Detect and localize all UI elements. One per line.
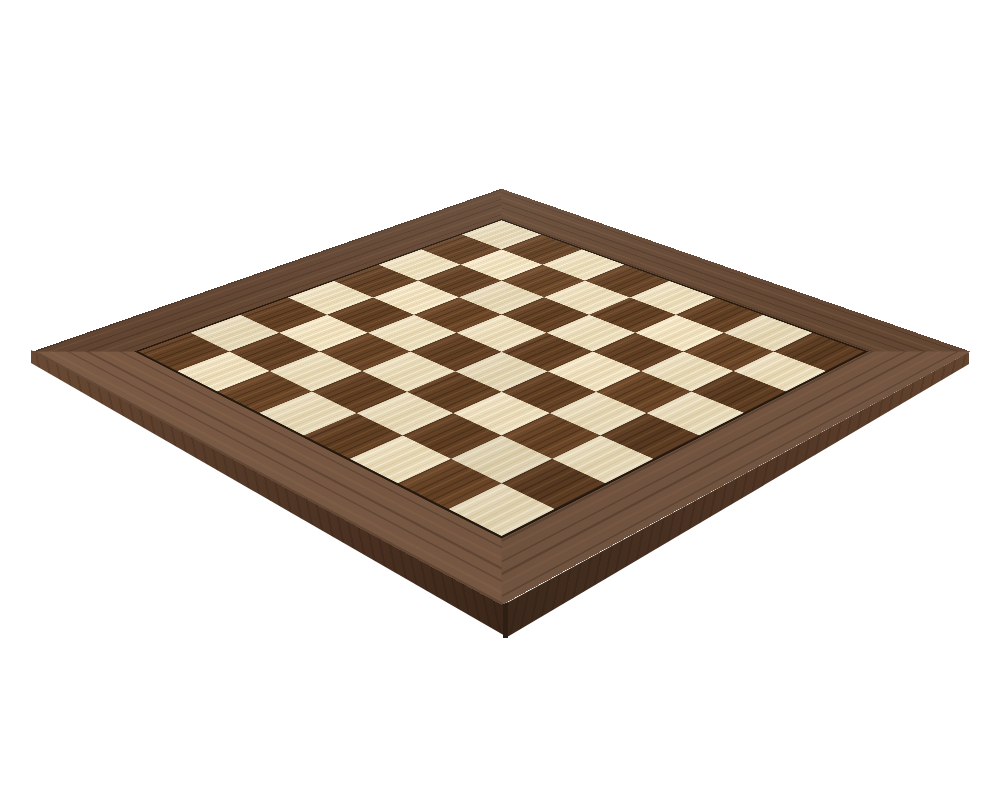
perspective-container (0, 0, 1000, 800)
product-photo-scene (0, 0, 1000, 800)
playing-field (134, 219, 868, 538)
chess-board (32, 188, 970, 604)
